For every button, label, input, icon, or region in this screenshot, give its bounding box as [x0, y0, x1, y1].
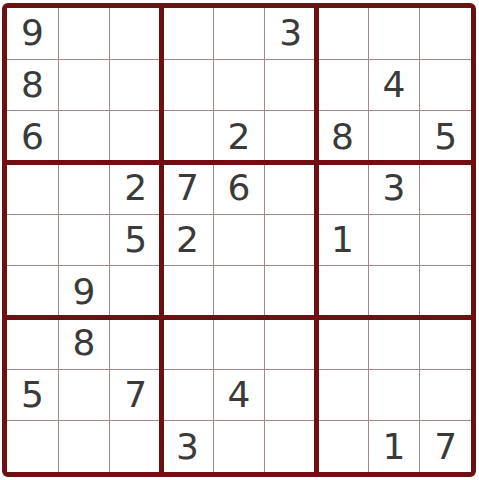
cell-r1c7[interactable] — [317, 8, 368, 59]
cell-r7c9[interactable] — [420, 318, 471, 369]
cell-r8c9[interactable] — [420, 370, 471, 421]
cell-r1c3[interactable] — [110, 8, 161, 59]
cell-r4c4[interactable]: 7 — [162, 163, 213, 214]
given-digit: 8 — [21, 67, 44, 103]
given-digit: 2 — [228, 119, 251, 155]
cell-r1c8[interactable] — [369, 8, 420, 59]
cell-r1c9[interactable] — [420, 8, 471, 59]
given-digit: 1 — [383, 429, 406, 465]
cell-r4c7[interactable] — [317, 163, 368, 214]
cell-r9c3[interactable] — [110, 421, 161, 472]
cell-r1c2[interactable] — [59, 8, 110, 59]
cell-r8c6[interactable] — [265, 370, 316, 421]
cell-r4c8[interactable]: 3 — [369, 163, 420, 214]
cell-r9c8[interactable]: 1 — [369, 421, 420, 472]
cell-r5c5[interactable] — [214, 215, 265, 266]
given-digit: 6 — [21, 119, 44, 155]
cell-r1c6[interactable]: 3 — [265, 8, 316, 59]
cell-r5c9[interactable] — [420, 215, 471, 266]
cell-r3c1[interactable]: 6 — [7, 111, 58, 162]
cell-r1c1[interactable]: 9 — [7, 8, 58, 59]
cell-r6c1[interactable] — [7, 266, 58, 317]
given-digit: 3 — [176, 429, 199, 465]
cell-r8c5[interactable]: 4 — [214, 370, 265, 421]
given-digit: 8 — [73, 325, 96, 361]
cell-r3c2[interactable] — [59, 111, 110, 162]
cell-r9c9[interactable]: 7 — [420, 421, 471, 472]
cell-r9c7[interactable] — [317, 421, 368, 472]
cell-r4c3[interactable]: 2 — [110, 163, 161, 214]
cell-r9c2[interactable] — [59, 421, 110, 472]
given-digit: 4 — [383, 67, 406, 103]
cell-r3c8[interactable] — [369, 111, 420, 162]
cell-r6c8[interactable] — [369, 266, 420, 317]
cell-r9c1[interactable] — [7, 421, 58, 472]
sudoku-page: 93846285276352198574317 — [0, 0, 479, 480]
given-digit: 3 — [383, 170, 406, 206]
cell-r6c7[interactable] — [317, 266, 368, 317]
cell-r7c4[interactable] — [162, 318, 213, 369]
cell-r2c6[interactable] — [265, 60, 316, 111]
cell-r6c5[interactable] — [214, 266, 265, 317]
cell-r3c6[interactable] — [265, 111, 316, 162]
cell-r7c8[interactable] — [369, 318, 420, 369]
cell-r4c9[interactable] — [420, 163, 471, 214]
cell-r8c1[interactable]: 5 — [7, 370, 58, 421]
cell-r5c1[interactable] — [7, 215, 58, 266]
given-digit: 7 — [434, 429, 457, 465]
cell-r2c3[interactable] — [110, 60, 161, 111]
given-digit: 5 — [434, 119, 457, 155]
cell-r6c4[interactable] — [162, 266, 213, 317]
given-digit: 7 — [176, 170, 199, 206]
given-digit: 4 — [228, 377, 251, 413]
given-digit: 8 — [331, 119, 354, 155]
cell-r4c5[interactable]: 6 — [214, 163, 265, 214]
given-digit: 2 — [176, 222, 199, 258]
cell-r3c5[interactable]: 2 — [214, 111, 265, 162]
given-digit: 6 — [228, 170, 251, 206]
given-digit: 9 — [21, 15, 44, 51]
cell-r8c4[interactable] — [162, 370, 213, 421]
given-digit: 1 — [331, 222, 354, 258]
cell-r7c3[interactable] — [110, 318, 161, 369]
cell-r4c6[interactable] — [265, 163, 316, 214]
cell-r2c2[interactable] — [59, 60, 110, 111]
cell-r2c4[interactable] — [162, 60, 213, 111]
cell-r2c1[interactable]: 8 — [7, 60, 58, 111]
cell-r2c5[interactable] — [214, 60, 265, 111]
box-divider-vertical-1 — [159, 8, 164, 472]
cell-r5c2[interactable] — [59, 215, 110, 266]
cell-r9c6[interactable] — [265, 421, 316, 472]
cell-r1c4[interactable] — [162, 8, 213, 59]
cell-r3c9[interactable]: 5 — [420, 111, 471, 162]
cell-r7c7[interactable] — [317, 318, 368, 369]
cell-r5c6[interactable] — [265, 215, 316, 266]
cell-r8c7[interactable] — [317, 370, 368, 421]
cell-r4c2[interactable] — [59, 163, 110, 214]
cell-r4c1[interactable] — [7, 163, 58, 214]
given-digit: 5 — [21, 377, 44, 413]
given-digit: 3 — [279, 15, 302, 51]
cell-r6c9[interactable] — [420, 266, 471, 317]
cell-r2c9[interactable] — [420, 60, 471, 111]
cell-r7c6[interactable] — [265, 318, 316, 369]
cell-r6c2[interactable]: 9 — [59, 266, 110, 317]
cell-r3c4[interactable] — [162, 111, 213, 162]
cell-r8c3[interactable]: 7 — [110, 370, 161, 421]
cell-r5c8[interactable] — [369, 215, 420, 266]
given-digit: 7 — [124, 377, 147, 413]
box-divider-vertical-2 — [314, 8, 319, 472]
sudoku-board-grid: 93846285276352198574317 — [7, 8, 471, 472]
cell-r2c8[interactable]: 4 — [369, 60, 420, 111]
given-digit: 2 — [124, 170, 147, 206]
cell-r8c2[interactable] — [59, 370, 110, 421]
cell-r7c1[interactable] — [7, 318, 58, 369]
sudoku-board: 93846285276352198574317 — [2, 3, 476, 477]
given-digit: 5 — [124, 222, 147, 258]
cell-r5c7[interactable]: 1 — [317, 215, 368, 266]
cell-r1c5[interactable] — [214, 8, 265, 59]
cell-r9c4[interactable]: 3 — [162, 421, 213, 472]
box-divider-horizontal-2 — [7, 315, 471, 320]
cell-r7c2[interactable]: 8 — [59, 318, 110, 369]
cell-r2c7[interactable] — [317, 60, 368, 111]
cell-r3c7[interactable]: 8 — [317, 111, 368, 162]
cell-r5c4[interactable]: 2 — [162, 215, 213, 266]
cell-r3c3[interactable] — [110, 111, 161, 162]
given-digit: 9 — [73, 274, 96, 310]
box-divider-horizontal-1 — [7, 160, 471, 165]
cell-r9c5[interactable] — [214, 421, 265, 472]
cell-r5c3[interactable]: 5 — [110, 215, 161, 266]
cell-r6c6[interactable] — [265, 266, 316, 317]
cell-r8c8[interactable] — [369, 370, 420, 421]
cell-r7c5[interactable] — [214, 318, 265, 369]
cell-r6c3[interactable] — [110, 266, 161, 317]
